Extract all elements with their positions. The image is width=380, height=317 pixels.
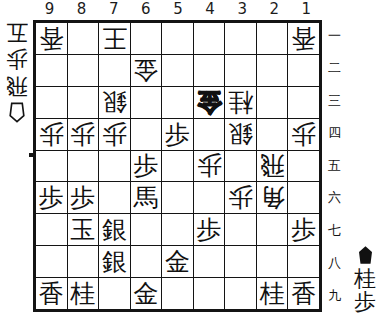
board-cell-7三[interactable]: 銀 [99, 87, 130, 118]
gote-hand: 五歩飛 [3, 19, 31, 125]
board-cell-2四[interactable] [257, 119, 288, 150]
board-cell-6一[interactable] [131, 23, 162, 54]
board-cell-3九[interactable] [225, 278, 256, 309]
piece-sente[interactable]: 歩 [165, 122, 190, 147]
hand-piece-gote[interactable]: 歩 [6, 46, 28, 73]
board-cell-5五[interactable] [162, 151, 193, 182]
board-cell-7六[interactable] [99, 182, 130, 213]
piece-sente[interactable]: 玉 [70, 217, 95, 242]
board-cell-4九[interactable] [194, 278, 225, 309]
piece-sente[interactable]: 桂 [260, 281, 285, 306]
rank-label-7: 七 [325, 215, 344, 247]
piece-gote[interactable]: 歩 [39, 122, 64, 147]
board-cell-7四[interactable]: 歩 [99, 119, 130, 150]
sente-shogi-piece-icon [356, 245, 375, 265]
board-cell-9二[interactable] [36, 55, 67, 86]
board-cell-3四[interactable]: 銀 [225, 119, 256, 150]
file-label-5: 5 [161, 1, 194, 18]
rank-label-6: 六 [325, 182, 344, 214]
board-cell-1八[interactable] [288, 246, 319, 277]
sente-hand: 桂歩 [351, 243, 379, 313]
board-cell-5六[interactable] [162, 182, 193, 213]
board-cell-2三[interactable] [257, 87, 288, 118]
board-cell-8九[interactable]: 桂 [68, 278, 99, 309]
board-cell-5八[interactable]: 金 [162, 246, 193, 277]
board-cell-3二[interactable] [225, 55, 256, 86]
piece-sente[interactable]: 歩 [133, 153, 158, 178]
piece-sente[interactable]: 桂 [70, 281, 95, 306]
board-cell-6四[interactable] [131, 119, 162, 150]
file-label-8: 8 [65, 1, 98, 18]
file-label-3: 3 [226, 1, 259, 18]
piece-gote[interactable]: 飛 [260, 153, 285, 178]
board-cell-6二[interactable]: 金 [131, 55, 162, 86]
board-cell-9七[interactable] [36, 214, 67, 245]
board-cell-8七[interactable]: 玉 [68, 214, 99, 245]
board-cell-9一[interactable]: 香 [36, 23, 67, 54]
board-cell-5九[interactable] [162, 278, 193, 309]
board-cell-6三[interactable] [131, 87, 162, 118]
piece-sente[interactable]: 金 [133, 281, 158, 306]
piece-gote[interactable]: 香 [39, 26, 64, 51]
piece-gote[interactable]: 王 [102, 26, 127, 51]
piece-gote[interactable]: 歩 [197, 153, 222, 178]
file-label-2: 2 [258, 1, 291, 18]
board-cell-6七[interactable] [131, 214, 162, 245]
file-label-1: 1 [290, 1, 323, 18]
board-cell-3七[interactable] [225, 214, 256, 245]
board-cell-8六[interactable]: 歩 [68, 182, 99, 213]
board-cell-5三[interactable] [162, 87, 193, 118]
board-cell-4三[interactable]: 金 [194, 87, 225, 118]
board-cell-9三[interactable] [36, 87, 67, 118]
board-cell-4七[interactable]: 歩 [194, 214, 225, 245]
board-cell-4八[interactable] [194, 246, 225, 277]
piece-gote[interactable]: 金 [133, 58, 158, 83]
board-cell-1一[interactable]: 香 [288, 23, 319, 54]
board-cell-5二[interactable] [162, 55, 193, 86]
board-cell-5七[interactable] [162, 214, 193, 245]
board-cell-7七[interactable]: 銀 [99, 214, 130, 245]
file-label-4: 4 [194, 1, 227, 18]
piece-gote[interactable]: 銀 [102, 90, 127, 115]
piece-sente[interactable]: 金 [165, 249, 190, 274]
board-cell-1四[interactable]: 歩 [288, 119, 319, 150]
board-cell-2一[interactable] [257, 23, 288, 54]
rank-label-1: 一 [325, 20, 344, 52]
board-cell-8五[interactable] [68, 151, 99, 182]
rank-label-5: 五 [325, 150, 344, 182]
board-cell-8二[interactable] [68, 55, 99, 86]
board-cell-3八[interactable] [225, 246, 256, 277]
board-cell-4五[interactable]: 歩 [194, 151, 225, 182]
board-cell-7八[interactable]: 銀 [99, 246, 130, 277]
board-cell-1九[interactable]: 香 [288, 278, 319, 309]
board-cell-7一[interactable]: 王 [99, 23, 130, 54]
piece-gote[interactable]: 角 [260, 185, 285, 210]
board-cell-4六[interactable] [194, 182, 225, 213]
board-cell-1五[interactable] [288, 151, 319, 182]
rank-label-9: 九 [325, 280, 344, 312]
board-edge-mark [29, 153, 34, 157]
rank-label-8: 八 [325, 247, 344, 279]
board-cell-2七[interactable] [257, 214, 288, 245]
board-cell-8四[interactable]: 歩 [68, 119, 99, 150]
rank-label-3: 三 [325, 85, 344, 117]
hand-piece-sente[interactable]: 歩 [354, 290, 376, 313]
board-cell-1六[interactable] [288, 182, 319, 213]
board-cell-2六[interactable]: 角 [257, 182, 288, 213]
board-cell-1七[interactable]: 歩 [288, 214, 319, 245]
piece-sente[interactable]: 香 [291, 281, 316, 306]
board-cell-2九[interactable]: 桂 [257, 278, 288, 309]
piece-sente[interactable]: 歩 [291, 217, 316, 242]
board-cell-4一[interactable] [194, 23, 225, 54]
rank-label-2: 二 [325, 52, 344, 84]
hand-piece-gote[interactable]: 飛 [6, 73, 28, 100]
board-cell-9六[interactable]: 歩 [36, 182, 67, 213]
piece-gote[interactable]: 金 [197, 90, 222, 115]
board-cell-9四[interactable]: 歩 [36, 119, 67, 150]
hand-piece-gote[interactable]: 五 [6, 19, 28, 46]
board-cell-6九[interactable]: 金 [131, 278, 162, 309]
rank-label-4: 四 [325, 117, 344, 149]
board-cell-4四[interactable] [194, 119, 225, 150]
piece-sente[interactable]: 歩 [70, 185, 95, 210]
board-cell-3一[interactable] [225, 23, 256, 54]
board-cell-1二[interactable] [288, 55, 319, 86]
board-cell-8八[interactable] [68, 246, 99, 277]
piece-sente[interactable]: 銀 [102, 249, 127, 274]
board: 香王香金銀金桂歩歩歩歩銀歩歩歩飛歩歩馬歩角玉銀歩歩銀金香桂金桂香 [33, 20, 322, 312]
board-cell-9八[interactable] [36, 246, 67, 277]
board-cell-7二[interactable] [99, 55, 130, 86]
board-cell-3六[interactable]: 歩 [225, 182, 256, 213]
board-cell-6八[interactable] [131, 246, 162, 277]
board-cell-5四[interactable]: 歩 [162, 119, 193, 150]
board-cell-3三[interactable]: 桂 [225, 87, 256, 118]
piece-gote[interactable]: 歩 [102, 122, 127, 147]
board-cell-1三[interactable] [288, 87, 319, 118]
board-cell-5一[interactable] [162, 23, 193, 54]
board-cell-3五[interactable] [225, 151, 256, 182]
board-cell-7五[interactable] [99, 151, 130, 182]
piece-sente[interactable]: 歩 [197, 217, 222, 242]
piece-sente[interactable]: 香 [39, 281, 64, 306]
board-cell-9九[interactable]: 香 [36, 278, 67, 309]
piece-gote[interactable]: 香 [291, 26, 316, 51]
piece-sente[interactable]: 銀 [102, 217, 127, 242]
file-label-9: 9 [33, 1, 66, 18]
board-cell-7九[interactable] [99, 278, 130, 309]
board-cell-6五[interactable]: 歩 [131, 151, 162, 182]
hand-piece-sente[interactable]: 桂 [354, 267, 376, 290]
file-label-7: 7 [97, 1, 130, 18]
file-label-6: 6 [129, 1, 162, 18]
piece-gote[interactable]: 銀 [228, 122, 253, 147]
gote-shogi-piece-icon [7, 102, 27, 123]
board-cell-2八[interactable] [257, 246, 288, 277]
board-cell-9五[interactable] [36, 151, 67, 182]
piece-gote[interactable]: 歩 [228, 185, 253, 210]
piece-gote[interactable]: 歩 [70, 122, 95, 147]
board-cell-2二[interactable] [257, 55, 288, 86]
piece-sente[interactable]: 馬 [133, 185, 158, 210]
piece-gote[interactable]: 桂 [228, 90, 253, 115]
board-cell-6六[interactable]: 馬 [131, 182, 162, 213]
board-cell-8一[interactable] [68, 23, 99, 54]
piece-gote[interactable]: 歩 [291, 122, 316, 147]
board-cell-8三[interactable] [68, 87, 99, 118]
board-cell-2五[interactable]: 飛 [257, 151, 288, 182]
piece-sente[interactable]: 歩 [39, 185, 64, 210]
board-cell-4二[interactable] [194, 55, 225, 86]
